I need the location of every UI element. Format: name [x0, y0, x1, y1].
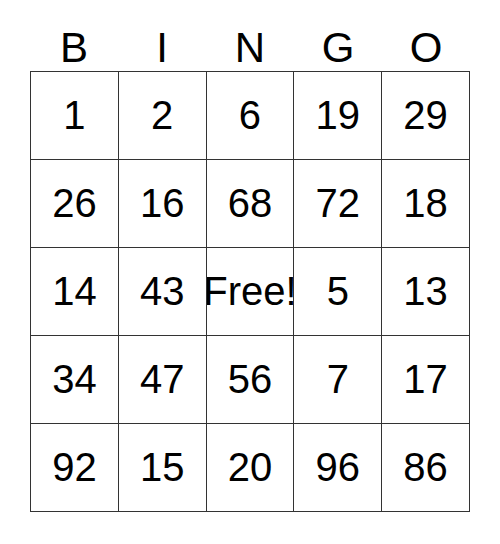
bingo-cell-r4c4[interactable]: 7 [294, 336, 382, 424]
bingo-cell-r1c2[interactable]: 2 [119, 72, 207, 160]
bingo-cell-r5c3[interactable]: 20 [207, 424, 295, 512]
header-letter-o: O [382, 27, 470, 71]
bingo-cell-r1c1[interactable]: 1 [31, 72, 119, 160]
bingo-grid: 1 2 6 19 29 26 16 68 72 18 14 43 Free! 5… [30, 71, 470, 512]
bingo-cell-r2c1[interactable]: 26 [31, 160, 119, 248]
bingo-cell-r5c1[interactable]: 92 [31, 424, 119, 512]
bingo-cell-r1c4[interactable]: 19 [294, 72, 382, 160]
header-letter-n: N [206, 27, 294, 71]
bingo-cell-r4c3[interactable]: 56 [207, 336, 295, 424]
bingo-cell-r5c5[interactable]: 86 [382, 424, 470, 512]
bingo-cell-r3c1[interactable]: 14 [31, 248, 119, 336]
bingo-cell-r5c2[interactable]: 15 [119, 424, 207, 512]
bingo-card: B I N G O 1 2 6 19 29 26 16 68 72 18 14 … [30, 0, 470, 512]
bingo-header: B I N G O [30, 0, 470, 71]
bingo-cell-r3c5[interactable]: 13 [382, 248, 470, 336]
header-letter-b: B [30, 27, 118, 71]
bingo-cell-r3c4[interactable]: 5 [294, 248, 382, 336]
free-cell[interactable]: Free! [207, 248, 295, 336]
header-letter-i: I [118, 27, 206, 71]
bingo-cell-r5c4[interactable]: 96 [294, 424, 382, 512]
bingo-cell-r3c2[interactable]: 43 [119, 248, 207, 336]
header-letter-g: G [294, 27, 382, 71]
bingo-cell-r2c5[interactable]: 18 [382, 160, 470, 248]
bingo-cell-r2c2[interactable]: 16 [119, 160, 207, 248]
bingo-cell-r4c1[interactable]: 34 [31, 336, 119, 424]
bingo-cell-r2c4[interactable]: 72 [294, 160, 382, 248]
bingo-cell-r4c2[interactable]: 47 [119, 336, 207, 424]
bingo-cell-r4c5[interactable]: 17 [382, 336, 470, 424]
bingo-page: B I N G O 1 2 6 19 29 26 16 68 72 18 14 … [0, 0, 500, 544]
bingo-cell-r2c3[interactable]: 68 [207, 160, 295, 248]
bingo-cell-r1c5[interactable]: 29 [382, 72, 470, 160]
bingo-cell-r1c3[interactable]: 6 [207, 72, 295, 160]
